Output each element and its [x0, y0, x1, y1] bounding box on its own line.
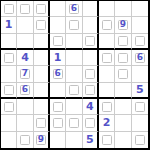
cell-r3c3[interactable]	[34, 34, 50, 50]
cell-r6c7[interactable]	[99, 83, 115, 99]
cell-r9c6[interactable]: 5	[83, 132, 99, 148]
cell-r1c2[interactable]	[17, 1, 33, 17]
cell-r6c3[interactable]	[34, 83, 50, 99]
cell-r1c9[interactable]	[132, 1, 148, 17]
cell-r9c5[interactable]	[66, 132, 82, 148]
given-digit: 4	[86, 101, 94, 112]
cell-r5c4[interactable]: 6	[50, 66, 66, 82]
square-marker	[69, 20, 79, 30]
cell-r7c6[interactable]: 4	[83, 99, 99, 115]
cell-r1c8[interactable]	[115, 1, 131, 17]
given-digit: 7	[22, 69, 28, 78]
cell-r2c6[interactable]	[83, 17, 99, 33]
cell-r9c7[interactable]	[99, 132, 115, 148]
cell-r2c3[interactable]	[34, 17, 50, 33]
cell-r2c5[interactable]	[66, 17, 82, 33]
cell-r9c3[interactable]: 9	[34, 132, 50, 148]
given-digit: 2	[103, 117, 111, 128]
cell-r4c9[interactable]: 6	[132, 50, 148, 66]
square-marker	[20, 135, 30, 145]
cell-r9c2[interactable]	[17, 132, 33, 148]
given-digit: 6	[137, 53, 143, 62]
cell-r7c2[interactable]	[17, 99, 33, 115]
square-marker	[85, 85, 95, 95]
cell-r2c9[interactable]	[132, 17, 148, 33]
cell-r5c3[interactable]	[34, 66, 50, 82]
cell-r3c4[interactable]	[50, 34, 66, 50]
cell-r8c7[interactable]: 2	[99, 115, 115, 131]
cell-r5c2[interactable]: 7	[17, 66, 33, 82]
square-marker	[118, 53, 128, 63]
cell-r9c9[interactable]	[132, 132, 148, 148]
cell-r8c4[interactable]	[50, 115, 66, 131]
square-marker	[20, 4, 30, 14]
square-marker	[69, 118, 79, 128]
square-marker	[53, 36, 63, 46]
cell-r5c8[interactable]	[115, 66, 131, 82]
given-digit: 9	[38, 135, 44, 144]
cell-r3c7[interactable]	[99, 34, 115, 50]
square-marker: 9	[118, 20, 128, 30]
cell-r8c3[interactable]	[34, 115, 50, 131]
cell-r4c8[interactable]	[115, 50, 131, 66]
cell-r8c2[interactable]	[17, 115, 33, 131]
square-marker: 7	[20, 69, 30, 79]
cell-r8c9[interactable]	[132, 115, 148, 131]
cell-r5c7[interactable]	[99, 66, 115, 82]
cell-r4c3[interactable]	[34, 50, 50, 66]
cell-r7c4[interactable]	[50, 99, 66, 115]
given-digit: 1	[54, 52, 62, 63]
given-digit: 6	[22, 85, 28, 94]
cell-r6c1[interactable]	[1, 83, 17, 99]
cell-r5c9[interactable]	[132, 66, 148, 82]
cell-r4c1[interactable]	[1, 50, 17, 66]
given-digit: 6	[71, 4, 77, 13]
cell-r1c6[interactable]	[83, 1, 99, 17]
square-marker	[4, 4, 14, 14]
cell-r3c8[interactable]	[115, 34, 131, 50]
square-marker	[102, 53, 112, 63]
given-digit: 4	[21, 52, 29, 63]
cell-r1c1[interactable]	[1, 1, 17, 17]
cell-r6c4[interactable]	[50, 83, 66, 99]
cell-r8c5[interactable]	[66, 115, 82, 131]
square-marker: 6	[20, 85, 30, 95]
cell-r4c6[interactable]	[83, 50, 99, 66]
cell-r7c5[interactable]	[66, 99, 82, 115]
square-marker	[118, 36, 128, 46]
square-marker	[85, 69, 95, 79]
cell-r6c8[interactable]	[115, 83, 131, 99]
cell-r1c7[interactable]	[99, 1, 115, 17]
cell-r2c2[interactable]	[17, 17, 33, 33]
cell-r2c1[interactable]: 1	[1, 17, 17, 33]
cell-r4c4[interactable]: 1	[50, 50, 66, 66]
square-marker	[53, 102, 63, 112]
cell-r7c8[interactable]	[115, 99, 131, 115]
cell-r7c1[interactable]	[1, 99, 17, 115]
square-marker	[85, 36, 95, 46]
cell-r8c1[interactable]	[1, 115, 17, 131]
given-digit: 9	[120, 20, 126, 29]
cell-r8c6[interactable]	[83, 115, 99, 131]
cell-r4c7[interactable]	[99, 50, 115, 66]
cell-r6c9[interactable]: 5	[132, 83, 148, 99]
square-marker	[102, 20, 112, 30]
square-marker	[4, 102, 14, 112]
square-marker	[135, 135, 145, 145]
square-marker	[4, 53, 14, 63]
square-marker	[118, 69, 128, 79]
given-digit: 5	[136, 84, 144, 95]
square-marker	[135, 102, 145, 112]
cell-r3c9[interactable]	[132, 34, 148, 50]
square-marker	[69, 85, 79, 95]
sudoku-board: 61941676654295	[0, 0, 150, 150]
cell-r3c5[interactable]	[66, 34, 82, 50]
cell-r9c4[interactable]	[50, 132, 66, 148]
square-marker: 6	[53, 69, 63, 79]
cell-r5c6[interactable]	[83, 66, 99, 82]
cell-r3c2[interactable]	[17, 34, 33, 50]
cell-r7c3[interactable]	[34, 99, 50, 115]
cell-r1c4[interactable]	[50, 1, 66, 17]
cell-r7c9[interactable]	[132, 99, 148, 115]
square-marker: 9	[36, 135, 46, 145]
square-marker: 6	[135, 53, 145, 63]
cell-r6c2[interactable]: 6	[17, 83, 33, 99]
square-marker	[4, 85, 14, 95]
given-digit: 6	[55, 69, 61, 78]
cell-r2c7[interactable]	[99, 17, 115, 33]
square-marker: 6	[69, 4, 79, 14]
cell-r2c8[interactable]: 9	[115, 17, 131, 33]
square-marker	[36, 4, 46, 14]
cell-r4c5[interactable]	[66, 50, 82, 66]
cell-r7c7[interactable]	[99, 99, 115, 115]
given-digit: 5	[86, 134, 94, 145]
given-digit: 1	[5, 19, 13, 30]
cell-r8c8[interactable]	[115, 115, 131, 131]
square-marker	[135, 36, 145, 46]
cell-r2c4[interactable]	[50, 17, 66, 33]
square-marker	[102, 102, 112, 112]
cell-r4c2[interactable]: 4	[17, 50, 33, 66]
cell-r1c5[interactable]: 6	[66, 1, 82, 17]
cell-r6c6[interactable]	[83, 83, 99, 99]
square-marker	[36, 20, 46, 30]
cell-r3c6[interactable]	[83, 34, 99, 50]
cell-r1c3[interactable]	[34, 1, 50, 17]
cell-r5c1[interactable]	[1, 66, 17, 82]
square-marker	[36, 118, 46, 128]
cell-r3c1[interactable]	[1, 34, 17, 50]
cell-r9c8[interactable]	[115, 132, 131, 148]
square-marker	[85, 118, 95, 128]
square-marker	[53, 118, 63, 128]
cell-r9c1[interactable]	[1, 132, 17, 148]
cell-r5c5[interactable]	[66, 66, 82, 82]
square-marker	[102, 135, 112, 145]
cell-r6c5[interactable]	[66, 83, 82, 99]
